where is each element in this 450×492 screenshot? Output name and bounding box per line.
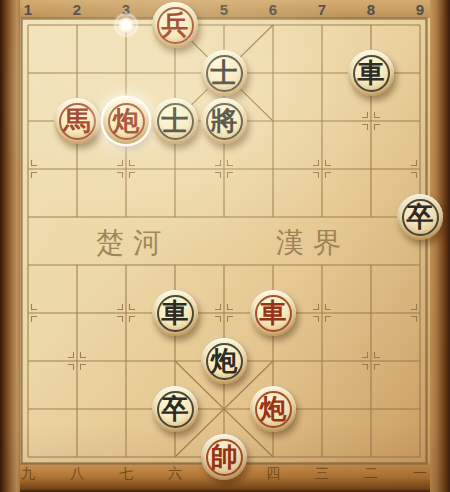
file-label-top: 7 [318,1,326,18]
red-soldier-piece[interactable]: 兵 [152,2,198,48]
frame-right-strip [430,0,450,492]
piece-glyph: 卒 [397,194,443,240]
file-label-top: 9 [416,1,424,18]
black-chariot-piece[interactable]: 車 [348,50,394,96]
piece-glyph: 帥 [201,434,247,480]
red-horse-piece[interactable]: 馬 [54,98,100,144]
river-label-left: 楚河 [96,226,170,259]
file-label-bottom: 三 [315,465,329,483]
black-cannon-piece[interactable]: 炮 [201,338,247,384]
piece-glyph: 炮 [201,338,247,384]
piece-glyph: 車 [348,50,394,96]
black-soldier-piece[interactable]: 卒 [152,386,198,432]
file-label-bottom: 二 [364,465,378,483]
black-chariot-piece[interactable]: 車 [152,290,198,336]
file-label-top: 2 [73,1,81,18]
file-label-top: 6 [269,1,277,18]
file-label-bottom: 八 [70,465,84,483]
piece-glyph: 馬 [54,98,100,144]
file-label-top: 8 [367,1,375,18]
file-label-bottom: 一 [413,465,427,483]
file-label-top: 1 [24,1,32,18]
black-advisor-piece[interactable]: 士 [152,98,198,144]
file-label-top: 5 [220,1,228,18]
piece-glyph: 炮 [250,386,296,432]
red-chariot-piece[interactable]: 車 [250,290,296,336]
piece-glyph: 炮 [103,98,149,144]
piece-glyph: 士 [152,98,198,144]
last-move-origin-marker [113,12,139,38]
piece-glyph: 車 [250,290,296,336]
frame-left-strip [0,0,20,492]
piece-glyph: 士 [201,50,247,96]
file-label-bottom: 七 [119,465,133,483]
red-cannon-piece[interactable]: 炮 [103,98,149,144]
piece-glyph: 將 [201,98,247,144]
red-cannon-piece[interactable]: 炮 [250,386,296,432]
piece-glyph: 兵 [152,2,198,48]
xiangqi-board[interactable]: 楚河 漢界 123456789 九八七六五四三二一 兵士車馬炮士將卒車車炮卒炮帥 [0,0,450,492]
black-advisor-piece[interactable]: 士 [201,50,247,96]
file-label-bottom: 四 [266,465,280,483]
file-label-bottom: 九 [21,465,35,483]
black-general-piece[interactable]: 將 [201,98,247,144]
river-label-right: 漢界 [276,226,350,259]
file-label-bottom: 六 [168,465,182,483]
piece-glyph: 卒 [152,386,198,432]
piece-glyph: 車 [152,290,198,336]
red-general-piece[interactable]: 帥 [201,434,247,480]
black-soldier-piece[interactable]: 卒 [397,194,443,240]
